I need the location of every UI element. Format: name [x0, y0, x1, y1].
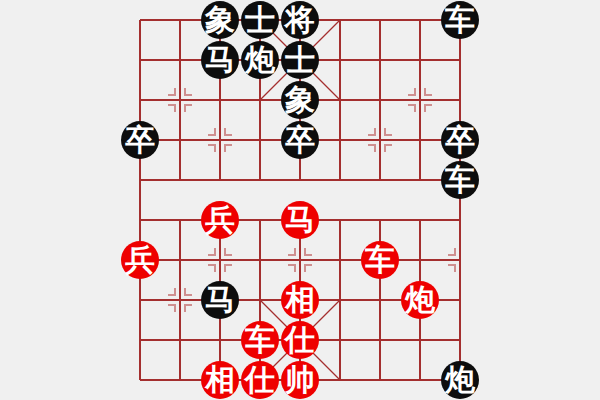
piece-red-cannon[interactable]: 炮 — [401, 281, 439, 319]
piece-black-horse[interactable]: 马 — [201, 41, 239, 79]
piece-black-advisor[interactable]: 士 — [281, 41, 319, 79]
piece-red-chariot[interactable]: 车 — [361, 241, 399, 279]
xiangqi-board[interactable]: 象士将车马炮士象卒卒卒车兵马兵车马相炮车仕相仕帅炮 — [0, 0, 600, 400]
piece-black-soldier[interactable]: 卒 — [281, 121, 319, 159]
piece-black-cannon[interactable]: 炮 — [441, 361, 479, 399]
xiangqi-screen: 象士将车马炮士象卒卒卒车兵马兵车马相炮车仕相仕帅炮 — [0, 0, 600, 400]
piece-black-elephant[interactable]: 象 — [201, 1, 239, 39]
piece-red-elephant[interactable]: 相 — [281, 281, 319, 319]
piece-red-elephant[interactable]: 相 — [201, 361, 239, 399]
piece-black-elephant[interactable]: 象 — [281, 81, 319, 119]
piece-black-advisor[interactable]: 士 — [241, 1, 279, 39]
piece-black-chariot[interactable]: 车 — [441, 161, 479, 199]
piece-black-cannon[interactable]: 炮 — [241, 41, 279, 79]
piece-black-chariot[interactable]: 车 — [441, 1, 479, 39]
piece-black-soldier[interactable]: 卒 — [121, 121, 159, 159]
piece-red-advisor[interactable]: 仕 — [241, 361, 279, 399]
piece-red-horse[interactable]: 马 — [281, 201, 319, 239]
piece-red-general[interactable]: 帅 — [281, 361, 319, 399]
piece-red-chariot[interactable]: 车 — [241, 321, 279, 359]
piece-red-advisor[interactable]: 仕 — [281, 321, 319, 359]
piece-red-soldier[interactable]: 兵 — [201, 201, 239, 239]
piece-red-soldier[interactable]: 兵 — [121, 241, 159, 279]
piece-black-soldier[interactable]: 卒 — [441, 121, 479, 159]
pieces-layer: 象士将车马炮士象卒卒卒车兵马兵车马相炮车仕相仕帅炮 — [120, 0, 480, 400]
piece-black-general[interactable]: 将 — [281, 1, 319, 39]
piece-black-horse[interactable]: 马 — [201, 281, 239, 319]
